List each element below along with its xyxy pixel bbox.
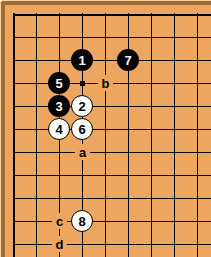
point-label-b: b: [98, 75, 113, 91]
stone-number: 2: [78, 100, 85, 113]
grid-line-horizontal: [13, 175, 211, 176]
stone-white-4: 4: [48, 118, 70, 140]
board-frame-top: [1, 1, 211, 5]
grid-line-horizontal: [13, 198, 211, 199]
point-label-d: d: [52, 236, 67, 252]
stone-black-1: 1: [71, 49, 93, 71]
board-edge-line-horizontal: [13, 14, 211, 16]
stone-number: 3: [55, 100, 62, 113]
star-point-D16: [80, 81, 85, 86]
go-board-diagram: abcd12345678: [0, 0, 211, 257]
stone-black-5: 5: [48, 72, 70, 94]
stone-black-3: 3: [48, 95, 70, 117]
stone-white-8: 8: [71, 210, 93, 232]
frame-corner: [0, 0, 2, 2]
stone-white-2: 2: [71, 95, 93, 117]
board-frame-left: [1, 1, 5, 257]
stone-black-7: 7: [117, 49, 139, 71]
stone-number: 6: [78, 123, 85, 136]
grid-line-horizontal: [13, 106, 211, 107]
grid-line-horizontal: [13, 221, 211, 222]
point-label-a: a: [75, 144, 90, 160]
stone-number: 8: [78, 215, 85, 228]
grid-line-horizontal: [13, 152, 211, 153]
stone-white-6: 6: [71, 118, 93, 140]
grid-line-horizontal: [13, 129, 211, 130]
grid-line-horizontal: [13, 37, 211, 38]
stone-number: 1: [78, 54, 85, 67]
grid-line-horizontal: [13, 60, 211, 61]
stone-number: 7: [124, 54, 131, 67]
grid-line-horizontal: [13, 244, 211, 245]
point-label-c: c: [52, 213, 67, 229]
stone-number: 4: [55, 123, 62, 136]
stone-number: 5: [55, 77, 62, 90]
